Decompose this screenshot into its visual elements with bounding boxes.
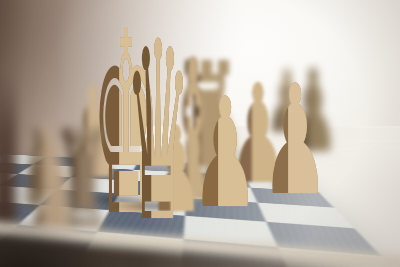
pieces-layer: ♞♞♜♜♟♟♚♚♛♛♟♟♝♝♜♜♞♞♟♟♟♟♟♟♟♟♟♟ <box>0 0 400 267</box>
chess-photo-scene: ♞♞♜♜♟♟♚♚♛♛♟♟♝♝♜♜♞♞♟♟♟♟♟♟♟♟♟♟ <box>0 0 400 267</box>
